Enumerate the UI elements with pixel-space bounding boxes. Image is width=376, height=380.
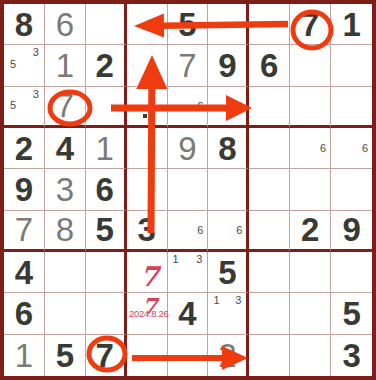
cell-r8c6[interactable]: 13 [208,293,249,334]
digit-r5c3: 6 [96,173,114,206]
pencil-6-r3c5: 6 [197,100,203,111]
cell-r2c5[interactable]: 7 [168,45,209,86]
cell-r4c4[interactable] [127,128,168,169]
cell-r5c6[interactable] [208,169,249,210]
cell-r5c8[interactable] [290,169,331,210]
cell-r1c3[interactable] [86,4,127,45]
digit-r2c5: 7 [178,49,196,82]
sudoku-grid: 8657135127963576624198669367853662941356… [4,4,372,376]
cell-r5c2[interactable]: 3 [45,169,86,210]
cell-r1c8[interactable]: 7 [290,4,331,45]
cell-r3c3[interactable] [86,87,127,128]
digit-r6c4: 3 [137,213,155,246]
pencil-3-r8c6: 3 [235,295,241,306]
cell-r7c1[interactable]: 4 [4,252,45,293]
cell-r9c3[interactable]: 7 [86,335,127,376]
pencil-6-r6c6: 6 [236,224,242,235]
digit-r6c9: 9 [342,213,360,246]
sudoku-board: 8657135127963576624198669367853662941356… [0,0,376,380]
cell-r6c9[interactable]: 9 [331,211,372,252]
cell-r6c7[interactable] [249,211,290,252]
cell-r7c9[interactable] [331,252,372,293]
digit-r7c1: 4 [15,256,33,289]
cell-r6c2[interactable]: 8 [45,211,86,252]
cell-r6c5[interactable]: 6 [168,211,209,252]
cell-r2c7[interactable]: 6 [249,45,290,86]
digit-r9c3: 7 [96,339,114,372]
cell-r3c8[interactable] [290,87,331,128]
cell-r5c1[interactable]: 9 [4,169,45,210]
digit-r8c1: 6 [15,297,33,330]
digit-r6c8: 2 [301,213,319,246]
digit-r6c2: 8 [56,213,74,246]
cell-r2c6[interactable]: 9 [208,45,249,86]
pencil-1-r7c5: 1 [173,254,179,265]
cell-r1c9[interactable]: 1 [331,4,372,45]
cell-r4c7[interactable] [249,128,290,169]
cell-r4c8[interactable]: 6 [290,128,331,169]
digit-r6c1: 7 [15,213,33,246]
pencil-3-r7c5: 3 [196,254,202,265]
stray-pencil-dot [143,114,147,118]
digit-r2c7: 6 [260,49,278,82]
cell-r6c3[interactable]: 5 [86,211,127,252]
cell-r6c6[interactable]: 6 [208,211,249,252]
cell-r9c4[interactable] [127,335,168,376]
cell-r9c5[interactable] [168,335,209,376]
digit-r9c2: 5 [56,339,74,372]
cell-r8c5[interactable]: 4 [168,293,209,334]
cell-r7c6[interactable]: 5 [208,252,249,293]
cell-r5c4[interactable] [127,169,168,210]
digit-r5c1: 9 [15,173,33,206]
cell-r2c1[interactable]: 35 [4,45,45,86]
cell-r4c2[interactable]: 4 [45,128,86,169]
digit-r4c5: 9 [178,132,196,165]
cell-r7c3[interactable] [86,252,127,293]
digit-r2c3: 2 [96,49,114,82]
cell-r8c9[interactable]: 5 [331,293,372,334]
cell-r9c8[interactable] [290,335,331,376]
cell-r3c5[interactable]: 6 [168,87,209,128]
cell-r8c4[interactable] [127,293,168,334]
cell-r8c1[interactable]: 6 [4,293,45,334]
cell-r7c2[interactable] [45,252,86,293]
cell-r6c1[interactable]: 7 [4,211,45,252]
digit-r1c2: 6 [56,8,74,41]
pencil-5-r3c1: 5 [10,100,16,111]
pencil-1-r8c6: 1 [213,295,219,306]
cell-r8c2[interactable] [45,293,86,334]
pencil-6-r4c8: 6 [320,143,326,154]
pencil-6-r4c9: 6 [362,143,368,154]
cell-r8c7[interactable] [249,293,290,334]
cell-r2c8[interactable] [290,45,331,86]
cell-r9c6[interactable]: 2 [208,335,249,376]
cell-r1c4[interactable] [127,4,168,45]
cell-r9c9[interactable]: 3 [331,335,372,376]
digit-r4c2: 4 [56,132,74,165]
digit-r4c6: 8 [218,132,236,165]
cell-r7c4[interactable] [127,252,168,293]
cell-r3c1[interactable]: 35 [4,87,45,128]
cell-r5c9[interactable] [331,169,372,210]
cell-r5c5[interactable] [168,169,209,210]
cell-r3c7[interactable] [249,87,290,128]
cell-r4c9[interactable]: 6 [331,128,372,169]
digit-r1c9: 1 [342,8,360,41]
digit-r6c3: 5 [96,213,114,246]
digit-r4c3: 1 [96,132,114,165]
cell-r3c6[interactable]: 6 [208,87,249,128]
cell-r3c9[interactable] [331,87,372,128]
cell-r2c9[interactable] [331,45,372,86]
digit-r9c9: 3 [342,339,360,372]
cell-r6c8[interactable]: 2 [290,211,331,252]
cell-r1c5[interactable]: 5 [168,4,209,45]
cell-r1c6[interactable] [208,4,249,45]
cell-r7c5[interactable]: 13 [168,252,209,293]
pencil-5-r2c1: 5 [10,59,16,70]
cell-r4c6[interactable]: 8 [208,128,249,169]
digit-r8c5: 4 [178,297,196,330]
cell-r3c4[interactable] [127,87,168,128]
cell-r9c2[interactable]: 5 [45,335,86,376]
cell-r9c1[interactable]: 1 [4,335,45,376]
pencil-3-r2c1: 3 [33,47,39,58]
cell-r6c4[interactable]: 3 [127,211,168,252]
digit-r3c2: 7 [56,89,74,122]
cell-r2c2[interactable]: 1 [45,45,86,86]
digit-r1c1: 8 [15,8,33,41]
digit-r2c6: 9 [218,49,236,82]
cell-r1c7[interactable] [249,4,290,45]
digit-r2c2: 1 [56,49,74,82]
digit-r7c6: 5 [218,256,236,289]
digit-r5c2: 3 [56,173,74,206]
digit-r8c9: 5 [342,297,360,330]
cell-r5c7[interactable] [249,169,290,210]
digit-r4c1: 2 [15,132,33,165]
cell-r8c8[interactable] [290,293,331,334]
pencil-6-r3c6: 6 [236,100,242,111]
cell-r4c3[interactable]: 1 [86,128,127,169]
pencil-3-r3c1: 3 [33,89,39,100]
cell-r7c7[interactable] [249,252,290,293]
cell-r2c4[interactable] [127,45,168,86]
cell-r1c2[interactable]: 6 [45,4,86,45]
cell-r4c1[interactable]: 2 [4,128,45,169]
cell-r3c2[interactable]: 7 [45,87,86,128]
cell-r8c3[interactable] [86,293,127,334]
digit-r1c8: 7 [301,8,319,41]
cell-r9c7[interactable] [249,335,290,376]
digit-r9c6: 2 [218,339,236,372]
cell-r7c8[interactable] [290,252,331,293]
cell-r2c3[interactable]: 2 [86,45,127,86]
cell-r1c1[interactable]: 8 [4,4,45,45]
digit-r9c1: 1 [15,339,33,372]
cell-r5c3[interactable]: 6 [86,169,127,210]
digit-r1c5: 5 [178,8,196,41]
cell-r4c5[interactable]: 9 [168,128,209,169]
pencil-6-r6c5: 6 [197,224,203,235]
